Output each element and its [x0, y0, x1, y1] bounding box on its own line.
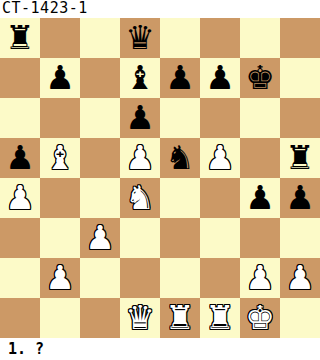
square-e7[interactable]: ♟: [160, 58, 200, 98]
square-a2[interactable]: [0, 258, 40, 298]
square-g8[interactable]: [240, 18, 280, 58]
square-a5[interactable]: ♟: [0, 138, 40, 178]
square-f7[interactable]: ♟: [200, 58, 240, 98]
white-pawn: ♟: [85, 218, 115, 258]
square-e6[interactable]: [160, 98, 200, 138]
square-g5[interactable]: [240, 138, 280, 178]
white-knight: ♞: [125, 178, 155, 218]
square-f8[interactable]: [200, 18, 240, 58]
square-f5[interactable]: ♟: [200, 138, 240, 178]
black-pawn: ♟: [45, 58, 75, 98]
square-c3[interactable]: ♟: [80, 218, 120, 258]
square-g2[interactable]: ♟: [240, 258, 280, 298]
square-e5[interactable]: ♞: [160, 138, 200, 178]
square-b3[interactable]: [40, 218, 80, 258]
square-b2[interactable]: ♟: [40, 258, 80, 298]
square-g1[interactable]: ♚: [240, 298, 280, 338]
white-pawn: ♟: [125, 138, 155, 178]
square-b1[interactable]: [40, 298, 80, 338]
square-d8[interactable]: ♛: [120, 18, 160, 58]
chess-board: ♜♛♟♝♟♟♚♟♟♝♟♞♟♜♟♞♟♟♟♟♟♟♛♜♜♚: [0, 18, 320, 338]
square-c7[interactable]: [80, 58, 120, 98]
square-d2[interactable]: [120, 258, 160, 298]
square-b6[interactable]: [40, 98, 80, 138]
square-d1[interactable]: ♛: [120, 298, 160, 338]
black-rook: ♜: [5, 18, 35, 58]
square-d7[interactable]: ♝: [120, 58, 160, 98]
square-d5[interactable]: ♟: [120, 138, 160, 178]
black-pawn: ♟: [285, 178, 315, 218]
square-a7[interactable]: [0, 58, 40, 98]
square-d6[interactable]: ♟: [120, 98, 160, 138]
square-e2[interactable]: [160, 258, 200, 298]
square-c4[interactable]: [80, 178, 120, 218]
square-b7[interactable]: ♟: [40, 58, 80, 98]
square-g6[interactable]: [240, 98, 280, 138]
white-king: ♚: [245, 298, 275, 338]
square-b8[interactable]: [40, 18, 80, 58]
black-pawn: ♟: [5, 138, 35, 178]
black-queen: ♛: [125, 18, 155, 58]
white-pawn: ♟: [285, 258, 315, 298]
black-king: ♚: [245, 58, 275, 98]
square-a6[interactable]: [0, 98, 40, 138]
black-rook: ♜: [285, 138, 315, 178]
square-h8[interactable]: [280, 18, 320, 58]
square-a8[interactable]: ♜: [0, 18, 40, 58]
square-h2[interactable]: ♟: [280, 258, 320, 298]
square-g7[interactable]: ♚: [240, 58, 280, 98]
white-queen: ♛: [125, 298, 155, 338]
black-pawn: ♟: [245, 178, 275, 218]
square-c2[interactable]: [80, 258, 120, 298]
white-pawn: ♟: [45, 258, 75, 298]
square-a4[interactable]: ♟: [0, 178, 40, 218]
square-h1[interactable]: [280, 298, 320, 338]
white-rook: ♜: [205, 298, 235, 338]
square-h6[interactable]: [280, 98, 320, 138]
square-a1[interactable]: [0, 298, 40, 338]
square-h4[interactable]: ♟: [280, 178, 320, 218]
black-knight: ♞: [165, 138, 195, 178]
square-c6[interactable]: [80, 98, 120, 138]
white-pawn: ♟: [245, 258, 275, 298]
square-g4[interactable]: ♟: [240, 178, 280, 218]
white-rook: ♜: [165, 298, 195, 338]
square-f4[interactable]: [200, 178, 240, 218]
black-bishop: ♝: [125, 58, 155, 98]
square-h7[interactable]: [280, 58, 320, 98]
black-pawn: ♟: [205, 58, 235, 98]
square-e8[interactable]: [160, 18, 200, 58]
black-pawn: ♟: [165, 58, 195, 98]
white-pawn: ♟: [205, 138, 235, 178]
square-f6[interactable]: [200, 98, 240, 138]
white-pawn: ♟: [5, 178, 35, 218]
black-pawn: ♟: [125, 98, 155, 138]
square-e3[interactable]: [160, 218, 200, 258]
square-c8[interactable]: [80, 18, 120, 58]
square-e4[interactable]: [160, 178, 200, 218]
square-b4[interactable]: [40, 178, 80, 218]
square-b5[interactable]: ♝: [40, 138, 80, 178]
square-e1[interactable]: ♜: [160, 298, 200, 338]
square-h3[interactable]: [280, 218, 320, 258]
square-d3[interactable]: [120, 218, 160, 258]
square-f1[interactable]: ♜: [200, 298, 240, 338]
square-f3[interactable]: [200, 218, 240, 258]
square-d4[interactable]: ♞: [120, 178, 160, 218]
square-a3[interactable]: [0, 218, 40, 258]
square-c1[interactable]: [80, 298, 120, 338]
white-bishop: ♝: [45, 138, 75, 178]
square-f2[interactable]: [200, 258, 240, 298]
square-c5[interactable]: [80, 138, 120, 178]
move-prompt: 1. ?: [0, 338, 320, 360]
puzzle-id-title: CT-1423-1: [0, 0, 320, 18]
square-g3[interactable]: [240, 218, 280, 258]
square-h5[interactable]: ♜: [280, 138, 320, 178]
